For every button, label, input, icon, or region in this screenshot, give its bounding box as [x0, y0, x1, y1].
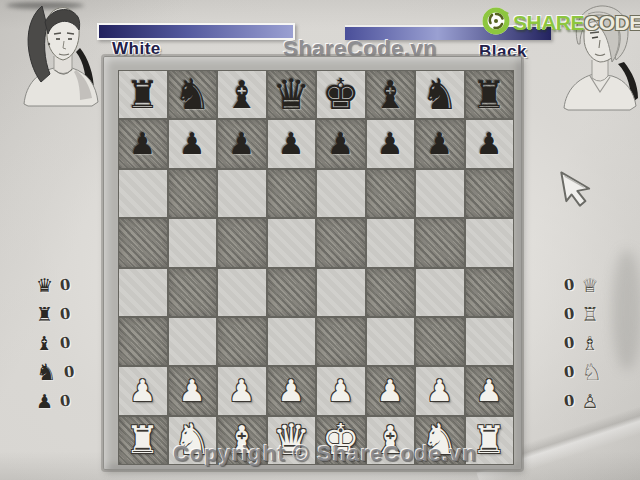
square-d8[interactable]: ♛ — [268, 71, 316, 118]
captured-row-black-queen: ♛0 — [36, 275, 74, 295]
square-f6[interactable] — [367, 170, 415, 217]
sharecode-logo: SHARECODE.vn — [481, 6, 640, 40]
white-player-bar — [97, 23, 295, 40]
square-d6[interactable] — [268, 170, 316, 217]
black-queen-icon: ♛ — [36, 276, 53, 295]
square-d7[interactable]: ♟ — [268, 120, 316, 167]
captured-row-black-pawn: ♟0 — [36, 391, 74, 411]
square-b8[interactable]: ♞ — [169, 71, 217, 118]
black-pawn: ♟ — [476, 129, 503, 159]
square-e3[interactable] — [317, 318, 365, 365]
captured-row-white-queen: 0♕ — [564, 275, 602, 295]
white-pawn: ♟ — [228, 376, 255, 406]
white-pawn: ♟ — [426, 376, 453, 406]
captured-row-black-knight: ♞0 — [36, 362, 74, 382]
white-pawn: ♟ — [327, 376, 354, 406]
square-c7[interactable]: ♟ — [218, 120, 266, 167]
white-pawn: ♟ — [278, 376, 305, 406]
square-h7[interactable]: ♟ — [466, 120, 514, 167]
black-queen: ♛ — [272, 74, 310, 116]
captured-row-white-pawn: 0♙ — [564, 391, 602, 411]
square-a6[interactable] — [119, 170, 167, 217]
square-h8[interactable]: ♜ — [466, 71, 514, 118]
black-knight-icon: ♞ — [36, 361, 57, 384]
captured-count-white-bishop: 0 — [563, 334, 575, 353]
white-rook-icon: ♖ — [581, 305, 598, 324]
square-a7[interactable]: ♟ — [119, 120, 167, 167]
captured-count-black-queen: 0 — [59, 276, 71, 295]
black-pawn: ♟ — [179, 129, 206, 159]
captured-row-black-rook: ♜0 — [36, 304, 74, 324]
square-g3[interactable] — [416, 318, 464, 365]
square-c2[interactable]: ♟ — [218, 367, 266, 414]
white-player-portrait — [14, 0, 102, 112]
white-pawn: ♟ — [129, 376, 156, 406]
square-g5[interactable] — [416, 219, 464, 266]
cursor-arrow-icon — [556, 166, 598, 216]
square-g2[interactable]: ♟ — [416, 367, 464, 414]
square-e6[interactable] — [317, 170, 365, 217]
square-g7[interactable]: ♟ — [416, 120, 464, 167]
captured-count-black-bishop: 0 — [59, 334, 71, 353]
square-d5[interactable] — [268, 219, 316, 266]
black-pawn: ♟ — [278, 129, 305, 159]
black-king: ♚ — [322, 74, 360, 116]
square-a5[interactable] — [119, 219, 167, 266]
square-g8[interactable]: ♞ — [416, 71, 464, 118]
black-pawn: ♟ — [228, 129, 255, 159]
square-f8[interactable]: ♝ — [367, 71, 415, 118]
square-f7[interactable]: ♟ — [367, 120, 415, 167]
square-a3[interactable] — [119, 318, 167, 365]
square-d4[interactable] — [268, 269, 316, 316]
captured-count-white-knight: 0 — [563, 363, 575, 382]
square-h6[interactable] — [466, 170, 514, 217]
square-f4[interactable] — [367, 269, 415, 316]
white-pawn: ♟ — [377, 376, 404, 406]
captured-count-white-pawn: 0 — [563, 392, 575, 411]
square-e2[interactable]: ♟ — [317, 367, 365, 414]
square-c8[interactable]: ♝ — [218, 71, 266, 118]
black-rook-icon: ♜ — [36, 305, 53, 324]
square-b5[interactable] — [169, 219, 217, 266]
black-bishop: ♝ — [373, 76, 407, 114]
black-knight: ♞ — [173, 74, 211, 116]
captured-tray-white: 0♕0♖0♗0♘0♙ — [564, 275, 602, 411]
captured-count-white-queen: 0 — [563, 276, 575, 295]
captured-row-white-bishop: 0♗ — [564, 333, 602, 353]
white-pawn: ♟ — [179, 376, 206, 406]
square-c4[interactable] — [218, 269, 266, 316]
square-d2[interactable]: ♟ — [268, 367, 316, 414]
black-pawn-icon: ♟ — [36, 392, 53, 411]
square-f3[interactable] — [367, 318, 415, 365]
black-pawn: ♟ — [327, 129, 354, 159]
copyright-text: Copyright © ShareCode.vn — [128, 441, 522, 467]
square-h4[interactable] — [466, 269, 514, 316]
captured-row-white-rook: 0♖ — [564, 304, 602, 324]
square-b6[interactable] — [169, 170, 217, 217]
square-e8[interactable]: ♚ — [317, 71, 365, 118]
black-bishop-icon: ♝ — [36, 334, 53, 353]
square-b3[interactable] — [169, 318, 217, 365]
square-h3[interactable] — [466, 318, 514, 365]
captured-count-black-pawn: 0 — [59, 392, 71, 411]
square-d3[interactable] — [268, 318, 316, 365]
black-rook: ♜ — [472, 76, 506, 114]
square-a4[interactable] — [119, 269, 167, 316]
captured-tray-black: ♛0♜0♝0♞0♟0 — [36, 275, 74, 411]
captured-count-black-rook: 0 — [59, 305, 71, 324]
square-b7[interactable]: ♟ — [169, 120, 217, 167]
black-pawn: ♟ — [129, 129, 156, 159]
square-h5[interactable] — [466, 219, 514, 266]
black-pawn: ♟ — [377, 129, 404, 159]
captured-count-black-knight: 0 — [63, 363, 75, 382]
captured-row-black-bishop: ♝0 — [36, 333, 74, 353]
square-b2[interactable]: ♟ — [169, 367, 217, 414]
square-f2[interactable]: ♟ — [367, 367, 415, 414]
chess-board: ♜♞♝♛♚♝♞♜♟♟♟♟♟♟♟♟♟♟♟♟♟♟♟♟♜♞♝♛♚♝♞♜ — [118, 70, 514, 465]
captured-row-white-knight: 0♘ — [564, 362, 602, 382]
chess-app-window: White Black ShareCode.vn SHARECODE.vn ♜♞… — [0, 0, 640, 480]
black-knight: ♞ — [421, 74, 459, 116]
black-bishop: ♝ — [225, 76, 259, 114]
white-knight-icon: ♘ — [581, 361, 602, 384]
square-e5[interactable] — [317, 219, 365, 266]
black-rook: ♜ — [126, 76, 160, 114]
square-a2[interactable]: ♟ — [119, 367, 167, 414]
logo-share-text: SHARE — [513, 8, 584, 38]
square-f5[interactable] — [367, 219, 415, 266]
square-b4[interactable] — [169, 269, 217, 316]
square-e7[interactable]: ♟ — [317, 120, 365, 167]
captured-count-white-rook: 0 — [563, 305, 575, 324]
square-c3[interactable] — [218, 318, 266, 365]
white-bishop-icon: ♗ — [581, 334, 598, 353]
square-e4[interactable] — [317, 269, 365, 316]
logo-code-text: CODE — [584, 8, 640, 38]
square-h2[interactable]: ♟ — [466, 367, 514, 414]
white-pawn-icon: ♙ — [581, 392, 598, 411]
square-g6[interactable] — [416, 170, 464, 217]
square-c6[interactable] — [218, 170, 266, 217]
paper-smudge — [612, 250, 640, 370]
sharecode-swirl-icon — [481, 6, 511, 40]
square-c5[interactable] — [218, 219, 266, 266]
black-pawn: ♟ — [426, 129, 453, 159]
square-a8[interactable]: ♜ — [119, 71, 167, 118]
white-queen-icon: ♕ — [581, 276, 598, 295]
white-pawn: ♟ — [476, 376, 503, 406]
square-g4[interactable] — [416, 269, 464, 316]
